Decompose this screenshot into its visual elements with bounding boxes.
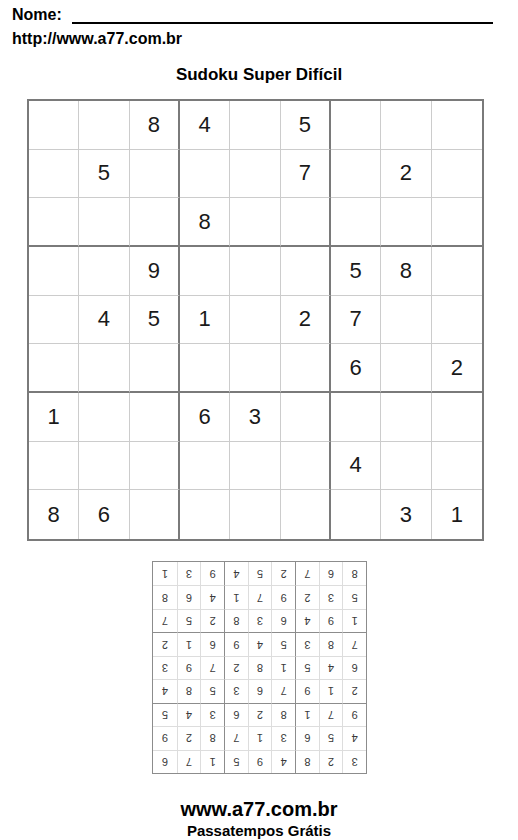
- puzzle-cell-r2c2[interactable]: 5: [79, 150, 129, 199]
- solution-cell-r7c1: 1: [342, 609, 366, 632]
- puzzle-cell-r5c9[interactable]: [432, 296, 482, 345]
- puzzle-cell-r4c7[interactable]: 5: [331, 247, 381, 296]
- solution-cell-r7c7: 2: [200, 609, 224, 632]
- name-label: Nome:: [12, 6, 62, 24]
- puzzle-cell-r8c6[interactable]: [281, 442, 331, 491]
- puzzle-cell-r4c8[interactable]: 8: [381, 247, 431, 296]
- puzzle-cell-r5c8[interactable]: [381, 296, 431, 345]
- solution-cell-r3c7: 3: [200, 703, 224, 726]
- name-row: Nome:: [12, 5, 493, 24]
- puzzle-cell-r4c6[interactable]: [281, 247, 331, 296]
- solution-cell-r8c8: 6: [176, 585, 200, 608]
- solution-cell-r6c8: 1: [176, 632, 200, 655]
- footer: www.a77.com.br Passatempos Grátis: [0, 798, 518, 840]
- solution-cell-r4c9: 4: [153, 679, 177, 702]
- solution-cell-r8c2: 3: [318, 585, 342, 608]
- puzzle-cell-r7c4[interactable]: 6: [180, 393, 230, 442]
- solution-cell-r1c7: 1: [200, 750, 224, 773]
- puzzle-cell-r9c5[interactable]: [230, 490, 280, 539]
- puzzle-cell-r6c8[interactable]: [381, 344, 431, 393]
- puzzle-cell-r8c2[interactable]: [79, 442, 129, 491]
- solution-cell-r5c3: 5: [295, 656, 319, 679]
- puzzle-cell-r5c4[interactable]: 1: [180, 296, 230, 345]
- puzzle-cell-r3c9[interactable]: [432, 198, 482, 247]
- puzzle-cell-r5c7[interactable]: 7: [331, 296, 381, 345]
- solution-cell-r7c4: 6: [271, 609, 295, 632]
- solution-cell-r6c4: 5: [271, 632, 295, 655]
- puzzle-cell-r3c3[interactable]: [130, 198, 180, 247]
- solution-cell-r5c1: 6: [342, 656, 366, 679]
- puzzle-cell-r6c9[interactable]: 2: [432, 344, 482, 393]
- solution-cell-r7c9: 7: [153, 609, 177, 632]
- puzzle-cell-r6c1[interactable]: [29, 344, 79, 393]
- puzzle-cell-r1c6[interactable]: 5: [281, 101, 331, 150]
- puzzle-cell-r6c5[interactable]: [230, 344, 280, 393]
- puzzle-cell-r9c9[interactable]: 1: [432, 490, 482, 539]
- solution-cell-r9c1: 8: [342, 562, 366, 585]
- solution-cell-r1c5: 9: [247, 750, 271, 773]
- puzzle-cell-r1c8[interactable]: [381, 101, 431, 150]
- puzzle-cell-r9c1[interactable]: 8: [29, 490, 79, 539]
- solution-cell-r2c8: 2: [176, 726, 200, 749]
- puzzle-cell-r1c1[interactable]: [29, 101, 79, 150]
- solution-cell-r1c8: 7: [176, 750, 200, 773]
- solution-cell-r5c5: 8: [247, 656, 271, 679]
- solution-cell-r2c2: 5: [318, 726, 342, 749]
- puzzle-cell-r7c9[interactable]: [432, 393, 482, 442]
- puzzle-cell-r4c1[interactable]: [29, 247, 79, 296]
- solution-cell-r1c1: 3: [342, 750, 366, 773]
- puzzle-cell-r2c5[interactable]: [230, 150, 280, 199]
- solution-cell-r1c6: 5: [224, 750, 248, 773]
- puzzle-cell-r2c1[interactable]: [29, 150, 79, 199]
- solution-cell-r3c2: 7: [318, 703, 342, 726]
- puzzle-cell-r7c5[interactable]: 3: [230, 393, 280, 442]
- solution-cell-r4c4: 7: [271, 679, 295, 702]
- puzzle-cell-r8c5[interactable]: [230, 442, 280, 491]
- puzzle-cell-r4c2[interactable]: [79, 247, 129, 296]
- solution-cell-r5c4: 1: [271, 656, 295, 679]
- solution-cell-r3c5: 2: [247, 703, 271, 726]
- solution-cell-r1c4: 4: [271, 750, 295, 773]
- puzzle-cell-r1c2[interactable]: [79, 101, 129, 150]
- puzzle-cell-r8c9[interactable]: [432, 442, 482, 491]
- solution-cell-r5c9: 3: [153, 656, 177, 679]
- puzzle-cell-r1c4[interactable]: 4: [180, 101, 230, 150]
- solution-cell-r5c6: 2: [224, 656, 248, 679]
- solution-cell-r8c6: 1: [224, 585, 248, 608]
- solution-cell-r4c8: 8: [176, 679, 200, 702]
- solution-cell-r2c7: 8: [200, 726, 224, 749]
- worksheet-page: Nome: http://www.a77.com.br Sudoku Super…: [0, 0, 518, 840]
- solution-cell-r9c9: 1: [153, 562, 177, 585]
- puzzle-cell-r8c7[interactable]: 4: [331, 442, 381, 491]
- solution-cell-r4c5: 6: [247, 679, 271, 702]
- solution-cell-r8c7: 4: [200, 585, 224, 608]
- solution-cell-r6c2: 8: [318, 632, 342, 655]
- solution-cell-r5c7: 7: [200, 656, 224, 679]
- solution-cell-r7c5: 3: [247, 609, 271, 632]
- solution-cell-r2c9: 9: [153, 726, 177, 749]
- solution-cell-r2c4: 3: [271, 726, 295, 749]
- footer-site: www.a77.com.br: [0, 798, 518, 820]
- puzzle-cell-r7c3[interactable]: [130, 393, 180, 442]
- puzzle-cell-r8c8[interactable]: [381, 442, 431, 491]
- solution-cell-r6c7: 6: [200, 632, 224, 655]
- puzzle-cell-r7c8[interactable]: [381, 393, 431, 442]
- solution-cell-r4c3: 9: [295, 679, 319, 702]
- solution-cell-r8c5: 7: [247, 585, 271, 608]
- solution-cell-r4c2: 1: [318, 679, 342, 702]
- site-url: http://www.a77.com.br: [12, 30, 493, 48]
- puzzle-cell-r3c7[interactable]: [331, 198, 381, 247]
- solution-cell-r7c3: 4: [295, 609, 319, 632]
- puzzle-cell-r3c8[interactable]: [381, 198, 431, 247]
- header: Nome: http://www.a77.com.br: [0, 0, 518, 48]
- solution-cell-r3c8: 4: [176, 703, 200, 726]
- solution-cell-r9c8: 3: [176, 562, 200, 585]
- solution-cell-r6c5: 4: [247, 632, 271, 655]
- solution-cell-r6c1: 7: [342, 632, 366, 655]
- solution-cell-r5c8: 9: [176, 656, 200, 679]
- solution-cell-r5c2: 4: [318, 656, 342, 679]
- puzzle-cell-r2c4[interactable]: [180, 150, 230, 199]
- puzzle-cell-r6c2[interactable]: [79, 344, 129, 393]
- solution-cell-r8c9: 8: [153, 585, 177, 608]
- puzzle-cell-r3c4[interactable]: 8: [180, 198, 230, 247]
- puzzle-cell-r4c3[interactable]: 9: [130, 247, 180, 296]
- solution-cell-r2c6: 7: [224, 726, 248, 749]
- solution-cell-r1c2: 2: [318, 750, 342, 773]
- puzzle-cell-r3c6[interactable]: [281, 198, 331, 247]
- sudoku-puzzle-grid: 8455728958451276216348631: [27, 99, 484, 541]
- puzzle-cell-r5c6[interactable]: 2: [281, 296, 331, 345]
- puzzle-cell-r5c3[interactable]: 5: [130, 296, 180, 345]
- puzzle-cell-r4c4[interactable]: [180, 247, 230, 296]
- puzzle-cell-r8c4[interactable]: [180, 442, 230, 491]
- puzzle-cell-r1c3[interactable]: 8: [130, 101, 180, 150]
- solution-cell-r4c6: 3: [224, 679, 248, 702]
- solution-cell-r2c3: 6: [295, 726, 319, 749]
- puzzle-cell-r4c9[interactable]: [432, 247, 482, 296]
- solution-cell-r9c5: 5: [247, 562, 271, 585]
- solution-cell-r2c5: 1: [247, 726, 271, 749]
- solution-cell-r1c9: 6: [153, 750, 177, 773]
- puzzle-cell-r5c1[interactable]: [29, 296, 79, 345]
- solution-cell-r6c9: 2: [153, 632, 177, 655]
- puzzle-cell-r4c5[interactable]: [230, 247, 280, 296]
- puzzle-cell-r7c2[interactable]: [79, 393, 129, 442]
- solution-cell-r9c7: 9: [200, 562, 224, 585]
- solution-cell-r9c3: 7: [295, 562, 319, 585]
- puzzle-cell-r2c8[interactable]: 2: [381, 150, 431, 199]
- solution-cell-r8c1: 5: [342, 585, 366, 608]
- solution-cell-r9c2: 6: [318, 562, 342, 585]
- solution-cell-r3c9: 5: [153, 703, 177, 726]
- puzzle-cell-r9c4[interactable]: [180, 490, 230, 539]
- puzzle-cell-r7c1[interactable]: 1: [29, 393, 79, 442]
- puzzle-cell-r6c4[interactable]: [180, 344, 230, 393]
- puzzle-cell-r2c9[interactable]: [432, 150, 482, 199]
- solution-cell-r3c4: 8: [271, 703, 295, 726]
- solution-cell-r8c3: 2: [295, 585, 319, 608]
- puzzle-cell-r6c3[interactable]: [130, 344, 180, 393]
- solution-cell-r2c1: 4: [342, 726, 366, 749]
- solution-grid-rotated: 3284951764563178299718263452197635846451…: [152, 561, 367, 774]
- puzzle-cell-r7c6[interactable]: [281, 393, 331, 442]
- solution-cell-r7c2: 9: [318, 609, 342, 632]
- solution-cell-r3c3: 1: [295, 703, 319, 726]
- solution-cell-r3c1: 9: [342, 703, 366, 726]
- solution-cell-r7c6: 8: [224, 609, 248, 632]
- solution-cell-r1c3: 8: [295, 750, 319, 773]
- solution-cell-r9c6: 4: [224, 562, 248, 585]
- puzzle-cell-r9c8[interactable]: 3: [381, 490, 431, 539]
- puzzle-cell-r9c6[interactable]: [281, 490, 331, 539]
- puzzle-cell-r8c3[interactable]: [130, 442, 180, 491]
- puzzle-cell-r9c7[interactable]: [331, 490, 381, 539]
- solution-cell-r3c6: 6: [224, 703, 248, 726]
- solution-cell-r8c4: 9: [271, 585, 295, 608]
- solution-section: 3284951764563178299718263452197635846451…: [0, 561, 518, 774]
- puzzle-cell-r2c7[interactable]: [331, 150, 381, 199]
- puzzle-cell-r2c6[interactable]: 7: [281, 150, 331, 199]
- puzzle-cell-r7c7[interactable]: [331, 393, 381, 442]
- name-blank-line[interactable]: [72, 5, 493, 24]
- puzzle-cell-r3c1[interactable]: [29, 198, 79, 247]
- puzzle-cell-r9c2[interactable]: 6: [79, 490, 129, 539]
- puzzle-cell-r1c5[interactable]: [230, 101, 280, 150]
- page-title: Sudoku Super Difícil: [0, 65, 518, 85]
- solution-cell-r7c8: 5: [176, 609, 200, 632]
- solution-cell-r4c7: 5: [200, 679, 224, 702]
- puzzle-cell-r2c3[interactable]: [130, 150, 180, 199]
- puzzle-cell-r5c5[interactable]: [230, 296, 280, 345]
- puzzle-cell-r5c2[interactable]: 4: [79, 296, 129, 345]
- puzzle-cell-r1c7[interactable]: [331, 101, 381, 150]
- puzzle-cell-r3c5[interactable]: [230, 198, 280, 247]
- puzzle-cell-r6c7[interactable]: 6: [331, 344, 381, 393]
- solution-cell-r6c3: 3: [295, 632, 319, 655]
- solution-cell-r4c1: 2: [342, 679, 366, 702]
- puzzle-cell-r6c6[interactable]: [281, 344, 331, 393]
- puzzle-cell-r1c9[interactable]: [432, 101, 482, 150]
- puzzle-cell-r9c3[interactable]: [130, 490, 180, 539]
- solution-cell-r9c4: 2: [271, 562, 295, 585]
- footer-tagline: Passatempos Grátis: [0, 822, 518, 840]
- solution-cell-r6c6: 9: [224, 632, 248, 655]
- puzzle-cell-r8c1[interactable]: [29, 442, 79, 491]
- puzzle-cell-r3c2[interactable]: [79, 198, 129, 247]
